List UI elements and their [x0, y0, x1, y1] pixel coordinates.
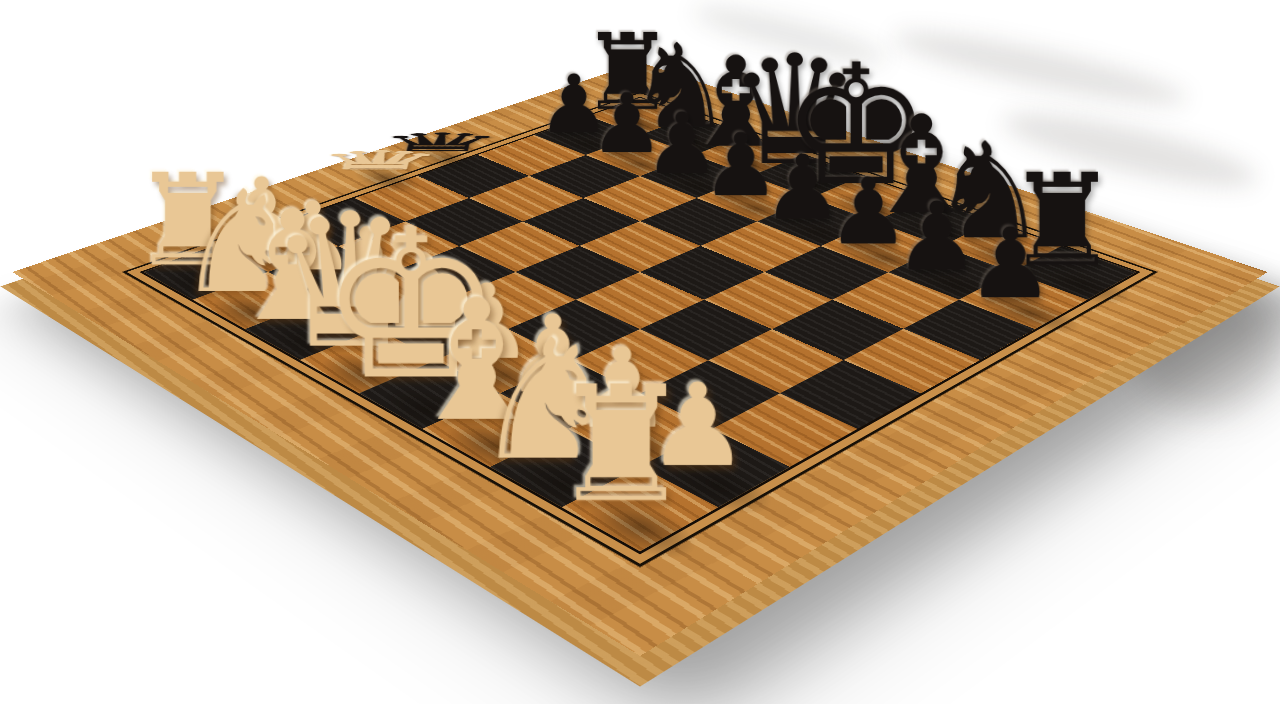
board-grid: ♜♞♝♛♚♝♞♜♟♟♟♟♟♟♟♟♟♟♟♟♟♟♟♟♜♞♝♛♚♝♞♜: [139, 97, 1140, 555]
black-pawn-h7[interactable]: ♟: [967, 215, 1054, 313]
spare-white-queen[interactable]: ♛: [307, 147, 448, 173]
square-f6[interactable]: [764, 246, 888, 300]
square-h1[interactable]: ♜: [562, 467, 718, 552]
perspective-viewport: ♜♞♝♛♚♝♞♜♟♟♟♟♟♟♟♟♟♟♟♟♟♟♟♟♜♞♝♛♚♝♞♜ ♛♛: [0, 0, 1280, 704]
white-rook-h1[interactable]: ♜: [550, 366, 693, 525]
product-photo-stage: ♜♞♝♛♚♝♞♜♟♟♟♟♟♟♟♟♟♟♟♟♟♟♟♟♜♞♝♛♚♝♞♜ ♛♛: [0, 0, 1280, 704]
chess-board: ♜♞♝♛♚♝♞♜♟♟♟♟♟♟♟♟♟♟♟♟♟♟♟♟♜♞♝♛♚♝♞♜ ♛♛: [12, 62, 1268, 656]
